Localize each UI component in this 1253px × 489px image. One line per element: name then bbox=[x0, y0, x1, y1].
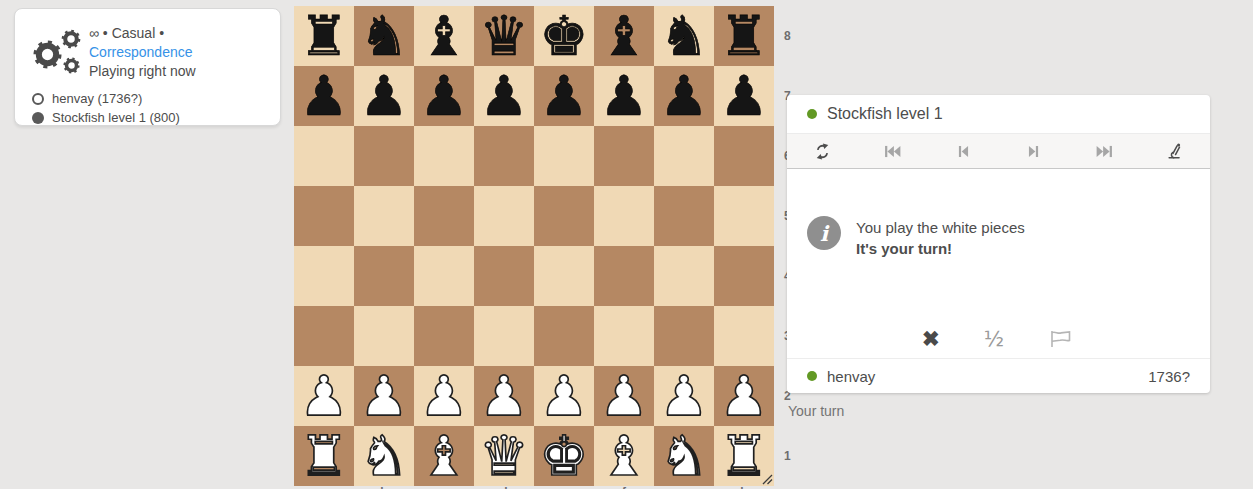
opponent-header: Stockfish level 1 bbox=[787, 95, 1210, 134]
square-d7[interactable]: ♟ bbox=[474, 66, 534, 126]
square-b2[interactable]: ♟ bbox=[354, 366, 414, 426]
white-pawn-e2[interactable]: ♟ bbox=[534, 366, 594, 426]
square-g6[interactable] bbox=[654, 126, 714, 186]
player-list: henvay (1736?) Stockfish level 1 (800) bbox=[32, 90, 180, 127]
black-player-icon bbox=[32, 112, 44, 124]
square-e7[interactable]: ♟ bbox=[534, 66, 594, 126]
white-queen-d1[interactable]: ♛ bbox=[474, 426, 534, 486]
square-c6[interactable] bbox=[414, 126, 474, 186]
move-nav-toolbar bbox=[787, 134, 1210, 169]
flag-icon bbox=[1048, 329, 1075, 349]
square-h4[interactable] bbox=[714, 246, 774, 306]
square-g5[interactable] bbox=[654, 186, 714, 246]
white-bishop-f1[interactable]: ♝ bbox=[594, 426, 654, 486]
white-knight-g1[interactable]: ♞ bbox=[654, 426, 714, 486]
black-rook-h8[interactable]: ♜ bbox=[714, 6, 774, 66]
white-player-icon bbox=[32, 93, 44, 105]
board-resize-handle[interactable] bbox=[762, 474, 773, 485]
white-pawn-a2[interactable]: ♟ bbox=[294, 366, 354, 426]
first-move-icon bbox=[884, 145, 901, 158]
square-d2[interactable]: ♟ bbox=[474, 366, 534, 426]
square-f3[interactable] bbox=[594, 306, 654, 366]
black-pawn-a7[interactable]: ♟ bbox=[294, 66, 354, 126]
flip-board-icon bbox=[814, 143, 831, 160]
square-e4[interactable] bbox=[534, 246, 594, 306]
square-h7[interactable]: ♟ bbox=[714, 66, 774, 126]
previous-move-button[interactable] bbox=[928, 134, 999, 168]
message-line-2: It's your turn! bbox=[856, 238, 1025, 259]
white-pawn-h2[interactable]: ♟ bbox=[714, 366, 774, 426]
file-label-b: b bbox=[354, 485, 414, 489]
square-h6[interactable] bbox=[714, 126, 774, 186]
white-bishop-c1[interactable]: ♝ bbox=[414, 426, 474, 486]
square-g1[interactable]: ♞ bbox=[654, 426, 714, 486]
game-side-panel: Stockfish level 1 i You play the white p… bbox=[787, 95, 1210, 393]
white-pawn-f2[interactable]: ♟ bbox=[594, 366, 654, 426]
file-label-d: d bbox=[474, 485, 534, 489]
file-label-c: c bbox=[414, 485, 474, 489]
rank-label-8: 8 bbox=[780, 6, 798, 66]
square-g8[interactable]: ♞ bbox=[654, 6, 714, 66]
square-e6[interactable] bbox=[534, 126, 594, 186]
square-b3[interactable] bbox=[354, 306, 414, 366]
square-g3[interactable] bbox=[654, 306, 714, 366]
square-e1[interactable]: ♚ bbox=[534, 426, 594, 486]
white-king-e1[interactable]: ♚ bbox=[534, 426, 594, 486]
square-a8[interactable]: ♜ bbox=[294, 6, 354, 66]
square-h2[interactable]: ♟ bbox=[714, 366, 774, 426]
white-pawn-d2[interactable]: ♟ bbox=[474, 366, 534, 426]
cogs-icon bbox=[31, 23, 87, 79]
square-e2[interactable]: ♟ bbox=[534, 366, 594, 426]
square-d8[interactable]: ♛ bbox=[474, 6, 534, 66]
black-king-e8[interactable]: ♚ bbox=[534, 6, 594, 66]
black-pawn-b7[interactable]: ♟ bbox=[354, 66, 414, 126]
square-b4[interactable] bbox=[354, 246, 414, 306]
black-pawn-c7[interactable]: ♟ bbox=[414, 66, 474, 126]
square-e5[interactable] bbox=[534, 186, 594, 246]
black-pawn-g7[interactable]: ♟ bbox=[654, 66, 714, 126]
file-label-h: h bbox=[714, 485, 774, 489]
player-name[interactable]: henvay bbox=[827, 368, 875, 385]
black-player-link[interactable]: Stockfish level 1 (800) bbox=[32, 109, 180, 128]
square-h5[interactable] bbox=[714, 186, 774, 246]
square-f5[interactable] bbox=[594, 186, 654, 246]
square-c8[interactable]: ♝ bbox=[414, 6, 474, 66]
square-c1[interactable]: ♝ bbox=[414, 426, 474, 486]
square-f7[interactable]: ♟ bbox=[594, 66, 654, 126]
square-f4[interactable] bbox=[594, 246, 654, 306]
black-knight-b8[interactable]: ♞ bbox=[354, 6, 414, 66]
square-d1[interactable]: ♛ bbox=[474, 426, 534, 486]
square-a1[interactable]: ♜ bbox=[294, 426, 354, 486]
square-e8[interactable]: ♚ bbox=[534, 6, 594, 66]
first-move-button[interactable] bbox=[858, 134, 929, 168]
next-move-button[interactable] bbox=[999, 134, 1070, 168]
square-c7[interactable]: ♟ bbox=[414, 66, 474, 126]
chess-board[interactable]: ♜♞♝♛♚♝♞♜♟♟♟♟♟♟♟♟♟♟♟♟♟♟♟♟♜♞♝♛♚♝♞♜ bbox=[294, 6, 774, 486]
bottom-player-row: henvay 1736? bbox=[787, 358, 1210, 393]
black-pawn-f7[interactable]: ♟ bbox=[594, 66, 654, 126]
black-bishop-f8[interactable]: ♝ bbox=[594, 6, 654, 66]
game-action-buttons: ✖ ½ bbox=[787, 321, 1210, 357]
square-d3[interactable] bbox=[474, 306, 534, 366]
file-label-e: e bbox=[534, 485, 594, 489]
online-dot-icon bbox=[807, 109, 817, 119]
abort-game-button[interactable]: ✖ bbox=[922, 327, 940, 351]
opponent-name[interactable]: Stockfish level 1 bbox=[827, 105, 943, 123]
black-pawn-d7[interactable]: ♟ bbox=[474, 66, 534, 126]
analysis-board-icon bbox=[1166, 142, 1184, 160]
message-line-1: You play the white pieces bbox=[856, 217, 1025, 238]
square-a6[interactable] bbox=[294, 126, 354, 186]
correspondence-link[interactable]: Correspondence bbox=[89, 43, 196, 62]
game-meta-card: ∞ • Casual • Correspondence Playing righ… bbox=[14, 8, 281, 126]
black-pawn-h7[interactable]: ♟ bbox=[714, 66, 774, 126]
square-b8[interactable]: ♞ bbox=[354, 6, 414, 66]
game-type-line: ∞ • Casual • bbox=[89, 24, 196, 43]
file-coordinates: abcdefgh bbox=[294, 485, 774, 489]
square-d5[interactable] bbox=[474, 186, 534, 246]
file-label-f: f bbox=[594, 485, 654, 489]
white-pawn-c2[interactable]: ♟ bbox=[414, 366, 474, 426]
square-b1[interactable]: ♞ bbox=[354, 426, 414, 486]
square-h3[interactable] bbox=[714, 306, 774, 366]
black-queen-d8[interactable]: ♛ bbox=[474, 6, 534, 66]
square-a7[interactable]: ♟ bbox=[294, 66, 354, 126]
next-move-icon bbox=[1028, 145, 1039, 158]
black-rook-a8[interactable]: ♜ bbox=[294, 6, 354, 66]
white-player-link[interactable]: henvay (1736?) bbox=[32, 90, 180, 109]
rank-label-1: 1 bbox=[780, 426, 798, 486]
square-g7[interactable]: ♟ bbox=[654, 66, 714, 126]
square-a3[interactable] bbox=[294, 306, 354, 366]
online-dot-icon bbox=[807, 371, 817, 381]
analysis-board-button[interactable] bbox=[1140, 134, 1211, 168]
player-rating: 1736? bbox=[1148, 368, 1190, 385]
square-a2[interactable]: ♟ bbox=[294, 366, 354, 426]
black-pawn-e7[interactable]: ♟ bbox=[534, 66, 594, 126]
file-label-a: a bbox=[294, 485, 354, 489]
last-move-button[interactable] bbox=[1069, 134, 1140, 168]
square-a4[interactable] bbox=[294, 246, 354, 306]
square-g4[interactable] bbox=[654, 246, 714, 306]
square-c5[interactable] bbox=[414, 186, 474, 246]
info-icon: i bbox=[807, 216, 841, 250]
square-g2[interactable]: ♟ bbox=[654, 366, 714, 426]
previous-move-icon bbox=[958, 145, 969, 158]
square-c3[interactable] bbox=[414, 306, 474, 366]
square-b6[interactable] bbox=[354, 126, 414, 186]
square-c4[interactable] bbox=[414, 246, 474, 306]
black-knight-g8[interactable]: ♞ bbox=[654, 6, 714, 66]
flip-board-button[interactable] bbox=[787, 134, 858, 168]
game-message: i You play the white pieces It's your tu… bbox=[807, 216, 1025, 259]
square-b7[interactable]: ♟ bbox=[354, 66, 414, 126]
white-knight-b1[interactable]: ♞ bbox=[354, 426, 414, 486]
black-bishop-c8[interactable]: ♝ bbox=[414, 6, 474, 66]
square-f1[interactable]: ♝ bbox=[594, 426, 654, 486]
square-e3[interactable] bbox=[534, 306, 594, 366]
square-d6[interactable] bbox=[474, 126, 534, 186]
square-h8[interactable]: ♜ bbox=[714, 6, 774, 66]
offer-draw-button[interactable]: ½ bbox=[984, 327, 1004, 351]
square-c2[interactable]: ♟ bbox=[414, 366, 474, 426]
file-label-g: g bbox=[654, 485, 714, 489]
turn-status-text: Your turn bbox=[788, 403, 844, 419]
last-move-icon bbox=[1096, 145, 1113, 158]
white-pawn-b2[interactable]: ♟ bbox=[354, 366, 414, 426]
game-status-line: Playing right now bbox=[89, 62, 196, 81]
square-f8[interactable]: ♝ bbox=[594, 6, 654, 66]
resign-button[interactable] bbox=[1048, 329, 1075, 349]
square-a5[interactable] bbox=[294, 186, 354, 246]
square-b5[interactable] bbox=[354, 186, 414, 246]
white-pawn-g2[interactable]: ♟ bbox=[654, 366, 714, 426]
square-f6[interactable] bbox=[594, 126, 654, 186]
white-rook-a1[interactable]: ♜ bbox=[294, 426, 354, 486]
square-d4[interactable] bbox=[474, 246, 534, 306]
square-f2[interactable]: ♟ bbox=[594, 366, 654, 426]
